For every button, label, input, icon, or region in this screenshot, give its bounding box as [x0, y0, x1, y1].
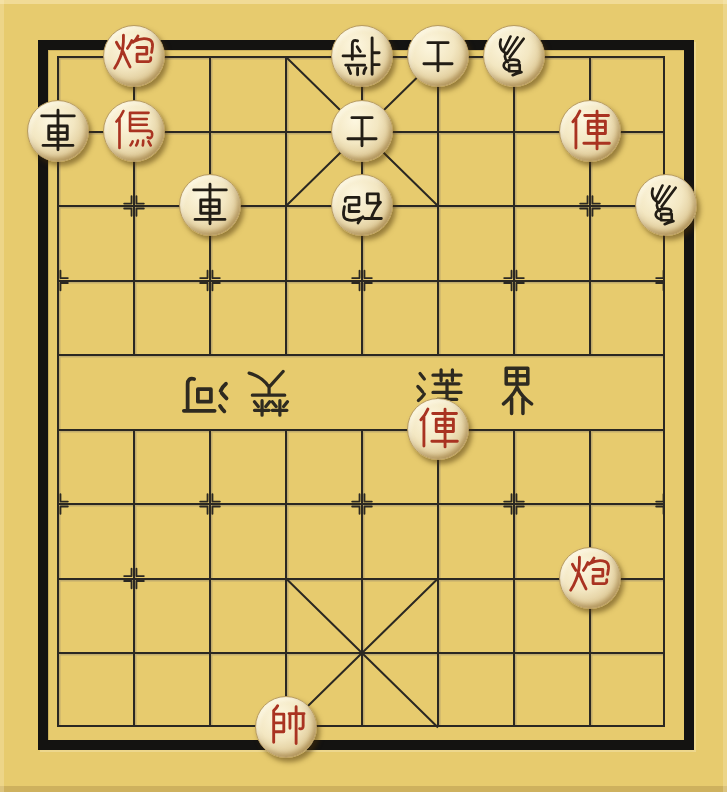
board-cell: [133, 280, 209, 355]
piece-character-帥: [264, 704, 308, 748]
piece-character-炮: [568, 555, 612, 599]
piece-character-俥: [416, 406, 460, 450]
board-cell: [589, 354, 665, 429]
board-cell: [209, 429, 285, 504]
board-cell: [285, 280, 361, 355]
piece-character-將: [340, 33, 384, 77]
piece-black-advisor[interactable]: [407, 25, 469, 87]
board-cell: [437, 652, 513, 727]
piece-red-chariot[interactable]: [559, 100, 621, 162]
piece-black-cannon[interactable]: [331, 174, 393, 236]
piece-character-炮: [112, 33, 156, 77]
board-cell: [361, 503, 437, 578]
xiangqi-app: [0, 0, 727, 792]
piece-red-cannon[interactable]: [559, 547, 621, 609]
board-cell: [209, 280, 285, 355]
board-cell: [133, 652, 209, 727]
board-cell: [589, 280, 665, 355]
board-cell: [133, 503, 209, 578]
board-cell: [133, 429, 209, 504]
piece-red-general[interactable]: [255, 696, 317, 758]
board-cell: [57, 280, 133, 355]
board-cell: [437, 503, 513, 578]
board-cell: [589, 429, 665, 504]
board-cell: [285, 354, 361, 429]
board-cell: [209, 354, 285, 429]
board-cell: [513, 280, 589, 355]
board-cell: [361, 578, 437, 653]
board-cell: [285, 503, 361, 578]
board-cell: [133, 578, 209, 653]
board-cell: [437, 280, 513, 355]
board-cell: [361, 280, 437, 355]
board-cell: [437, 205, 513, 280]
board-cell: [209, 578, 285, 653]
board-cell: [513, 354, 589, 429]
board-cell: [57, 578, 133, 653]
piece-character-士: [340, 108, 384, 152]
board-cell: [513, 205, 589, 280]
piece-character-俥: [568, 108, 612, 152]
piece-red-chariot[interactable]: [407, 398, 469, 460]
piece-black-elephant[interactable]: [635, 174, 697, 236]
board-cell: [437, 578, 513, 653]
board-cell: [513, 429, 589, 504]
piece-character-象: [644, 182, 688, 226]
piece-character-車: [188, 182, 232, 226]
piece-black-chariot[interactable]: [179, 174, 241, 236]
board-cell: [57, 429, 133, 504]
board-cell: [57, 354, 133, 429]
board-cell: [437, 131, 513, 206]
piece-character-士: [416, 33, 460, 77]
board-cell: [285, 578, 361, 653]
board-cell: [57, 205, 133, 280]
piece-black-general[interactable]: [331, 25, 393, 87]
board-cell: [361, 652, 437, 727]
board-cell: [57, 652, 133, 727]
piece-black-chariot[interactable]: [27, 100, 89, 162]
board-cell: [209, 56, 285, 131]
board-cell: [57, 503, 133, 578]
piece-red-cannon[interactable]: [103, 25, 165, 87]
board-cell: [513, 652, 589, 727]
piece-character-車: [36, 108, 80, 152]
board-cell: [589, 652, 665, 727]
piece-character-砲: [340, 182, 384, 226]
board-cell: [285, 429, 361, 504]
piece-character-象: [492, 33, 536, 77]
piece-black-elephant[interactable]: [483, 25, 545, 87]
board-cell: [133, 354, 209, 429]
piece-character-傌: [112, 108, 156, 152]
piece-black-advisor[interactable]: [331, 100, 393, 162]
piece-red-horse[interactable]: [103, 100, 165, 162]
board-cell: [209, 503, 285, 578]
